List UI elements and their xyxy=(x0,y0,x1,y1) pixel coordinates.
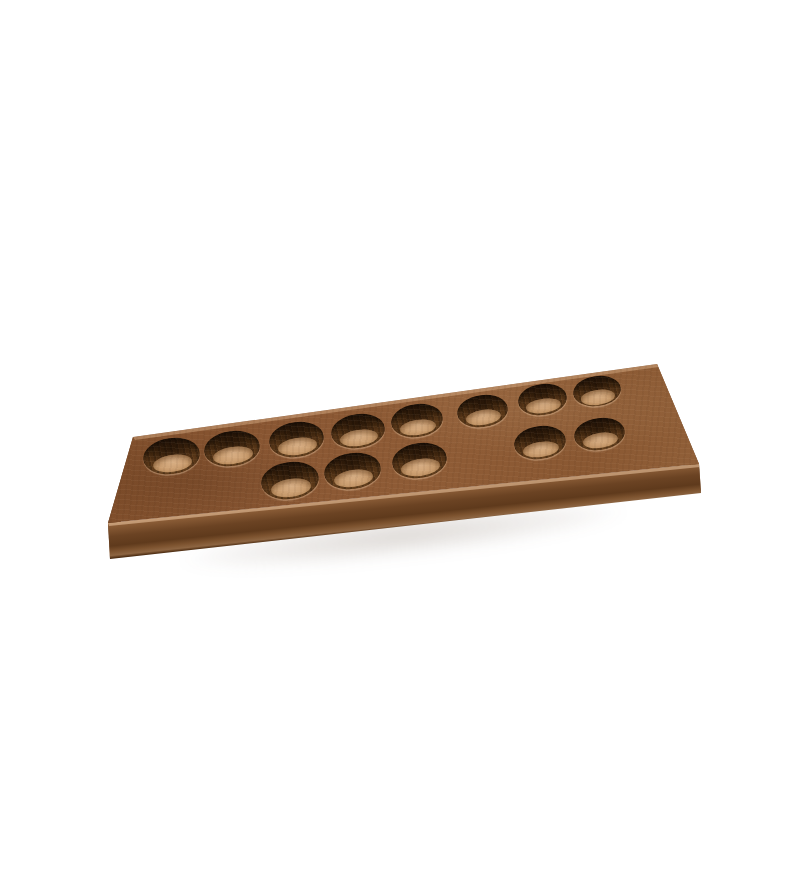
pit-back-8 xyxy=(571,373,623,409)
pit-back-7 xyxy=(516,381,569,419)
pit-front-3 xyxy=(259,458,322,503)
pit-front-4 xyxy=(322,449,383,493)
pit-back-1 xyxy=(141,434,202,478)
pit-front-8 xyxy=(572,415,627,454)
pit-front-7 xyxy=(512,423,568,463)
product-photo xyxy=(0,0,800,896)
pit-front-5 xyxy=(390,439,449,481)
pit-back-3 xyxy=(267,418,326,460)
pit-back-5 xyxy=(389,401,445,441)
pit-back-2 xyxy=(202,427,262,469)
pit-back-4 xyxy=(329,410,387,451)
pit-back-6 xyxy=(455,392,510,431)
